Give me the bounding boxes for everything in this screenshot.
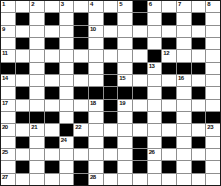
cell-r6c9[interactable] <box>118 63 132 74</box>
black-cell-r10c14 <box>192 112 206 123</box>
cell-r9c1[interactable]: 17 <box>1 100 15 111</box>
black-cell-r14c4 <box>45 161 59 172</box>
cell-r8c5[interactable] <box>60 87 74 98</box>
cell-r3c13[interactable] <box>177 26 191 37</box>
cell-r12c1[interactable] <box>1 137 15 148</box>
clue-number-16: 16 <box>178 75 184 82</box>
cell-r12c13[interactable] <box>177 137 191 148</box>
cell-r11c8[interactable] <box>104 124 118 135</box>
cell-r5c12[interactable]: 12 <box>162 50 176 61</box>
cell-r15c2[interactable] <box>16 174 30 185</box>
cell-r14c5[interactable] <box>60 161 74 172</box>
cell-r9c12[interactable] <box>162 100 176 111</box>
cell-r6c15[interactable] <box>206 63 220 74</box>
cell-r1c12[interactable] <box>162 1 176 12</box>
cell-r13c11[interactable]: 26 <box>148 149 162 160</box>
black-cell-r2c2 <box>16 13 30 24</box>
clue-number-24: 24 <box>61 137 67 144</box>
crossword-grid: 1234567891011121314151617181920212223242… <box>0 0 221 186</box>
cell-r3c2[interactable] <box>16 26 30 37</box>
cell-r9c6[interactable] <box>74 100 88 111</box>
black-cell-r8c14 <box>192 87 206 98</box>
cell-r11c10[interactable] <box>133 124 147 135</box>
cell-r11c7[interactable] <box>89 124 103 135</box>
black-cell-r2c12 <box>162 13 176 24</box>
cell-r6c3[interactable] <box>30 63 44 74</box>
black-cell-r10c12 <box>162 112 176 123</box>
cell-r5c1[interactable]: 11 <box>1 50 15 61</box>
clue-number-13: 13 <box>149 63 155 70</box>
cell-r7c11[interactable] <box>148 75 162 86</box>
black-cell-r4c14 <box>192 38 206 49</box>
cell-r9c2[interactable] <box>16 100 30 111</box>
cell-r6c11[interactable]: 13 <box>148 63 162 74</box>
cell-r9c15[interactable] <box>206 100 220 111</box>
black-cell-r10c6 <box>74 112 88 123</box>
cell-r13c4[interactable] <box>45 149 59 160</box>
black-cell-r6c12 <box>162 63 176 74</box>
cell-r12c15[interactable] <box>206 137 220 148</box>
cell-r15c8[interactable] <box>104 174 118 185</box>
black-cell-r14c12 <box>162 161 176 172</box>
cell-r15c4[interactable] <box>45 174 59 185</box>
clue-number-9: 9 <box>2 26 5 33</box>
black-cell-r9c8 <box>104 100 118 111</box>
cell-r3c3[interactable] <box>30 26 44 37</box>
cell-r3c7[interactable]: 10 <box>89 26 103 37</box>
cell-r7c12[interactable] <box>162 75 176 86</box>
cell-r11c12[interactable] <box>162 124 176 135</box>
cell-r1c6[interactable] <box>74 1 88 12</box>
clue-number-11: 11 <box>2 50 7 57</box>
clue-number-14: 14 <box>2 75 8 82</box>
cell-r4c13[interactable] <box>177 38 191 49</box>
cell-r11c11[interactable] <box>148 124 162 135</box>
cell-r3c12[interactable] <box>162 26 176 37</box>
black-cell-r4c10 <box>133 38 147 49</box>
black-cell-r4c6 <box>74 38 88 49</box>
black-cell-r6c8 <box>104 63 118 74</box>
cell-r5c15[interactable] <box>206 50 220 61</box>
cell-r9c10[interactable] <box>133 100 147 111</box>
black-cell-r6c1 <box>1 63 15 74</box>
black-cell-r6c4 <box>45 63 59 74</box>
black-cell-r2c6 <box>74 13 88 24</box>
cell-r1c15[interactable]: 8 <box>206 1 220 12</box>
cell-r2c15[interactable] <box>206 13 220 24</box>
cell-r5c9[interactable] <box>118 50 132 61</box>
cell-r13c9[interactable] <box>118 149 132 160</box>
cell-r15c11[interactable] <box>148 174 162 185</box>
clue-number-7: 7 <box>178 1 181 8</box>
cell-r9c9[interactable]: 19 <box>118 100 132 111</box>
cell-r12c11[interactable] <box>148 137 162 148</box>
cell-r5c6[interactable] <box>74 50 88 61</box>
cell-r3c14[interactable] <box>192 26 206 37</box>
black-cell-r8c12 <box>162 87 176 98</box>
black-cell-r10c2 <box>16 112 30 123</box>
cell-r5c8[interactable] <box>104 50 118 61</box>
cell-r3c10[interactable] <box>133 26 147 37</box>
cell-r4c15[interactable] <box>206 38 220 49</box>
black-cell-r2c10 <box>133 13 147 24</box>
black-cell-r10c15 <box>206 112 220 123</box>
black-cell-r6c13 <box>177 63 191 74</box>
cell-r13c13[interactable] <box>177 149 191 160</box>
cell-r2c9[interactable] <box>118 13 132 24</box>
cell-r3c11[interactable] <box>148 26 162 37</box>
crossword-board: 1234567891011121314151617181920212223242… <box>0 0 221 186</box>
black-cell-r3c6 <box>74 26 88 37</box>
cell-r11c9[interactable] <box>118 124 132 135</box>
black-cell-r6c6 <box>74 63 88 74</box>
cell-r15c13[interactable] <box>177 174 191 185</box>
black-cell-r8c10 <box>133 87 147 98</box>
cell-r7c1[interactable]: 14 <box>1 75 15 86</box>
black-cell-r8c4 <box>45 87 59 98</box>
cell-r10c9[interactable] <box>118 112 132 123</box>
cell-r14c3[interactable] <box>30 161 44 172</box>
cell-r9c5[interactable] <box>60 100 74 111</box>
cell-r12c9[interactable] <box>118 137 132 148</box>
cell-r13c14[interactable] <box>192 149 206 160</box>
black-cell-r12c4 <box>45 137 59 148</box>
black-cell-r12c14 <box>192 137 206 148</box>
black-cell-r4c2 <box>16 38 30 49</box>
clue-number-2: 2 <box>31 1 34 8</box>
cell-r8c1[interactable] <box>1 87 15 98</box>
black-cell-r6c2 <box>16 63 30 74</box>
clue-number-3: 3 <box>61 1 64 8</box>
cell-r9c7[interactable]: 18 <box>89 100 103 111</box>
clue-number-23: 23 <box>207 124 213 131</box>
black-cell-r2c8 <box>104 13 118 24</box>
cell-r1c7[interactable]: 4 <box>89 1 103 12</box>
cell-r7c5[interactable] <box>60 75 74 86</box>
black-cell-r10c10 <box>133 112 147 123</box>
cell-r13c7[interactable] <box>89 149 103 160</box>
cell-r13c15[interactable] <box>206 149 220 160</box>
clue-number-25: 25 <box>2 149 8 156</box>
black-cell-r2c4 <box>45 13 59 24</box>
cell-r15c5[interactable] <box>60 174 74 185</box>
cell-r2c5[interactable] <box>60 13 74 24</box>
cell-r15c10[interactable] <box>133 174 147 185</box>
cell-r1c5[interactable]: 3 <box>60 1 74 12</box>
cell-r6c7[interactable] <box>89 63 103 74</box>
cell-r4c5[interactable] <box>60 38 74 49</box>
clue-number-1: 1 <box>2 1 5 8</box>
cell-r7c3[interactable] <box>30 75 44 86</box>
black-cell-r6c10 <box>133 63 147 74</box>
cell-r7c13[interactable]: 16 <box>177 75 191 86</box>
cell-r7c4[interactable] <box>45 75 59 86</box>
cell-r3c5[interactable] <box>60 26 74 37</box>
cell-r10c7[interactable] <box>89 112 103 123</box>
black-cell-r12c8 <box>104 137 118 148</box>
black-cell-r14c14 <box>192 161 206 172</box>
cell-r11c13[interactable] <box>177 124 191 135</box>
cell-r2c13[interactable] <box>177 13 191 24</box>
cell-r15c12[interactable] <box>162 174 176 185</box>
black-cell-r11c5 <box>60 124 74 135</box>
cell-r2c1[interactable] <box>1 13 15 24</box>
clue-number-10: 10 <box>90 26 96 33</box>
clue-number-6: 6 <box>149 1 152 8</box>
cell-r1c13[interactable]: 7 <box>177 1 191 12</box>
clue-number-22: 22 <box>75 124 81 131</box>
cell-r1c9[interactable]: 5 <box>118 1 132 12</box>
black-cell-r10c4 <box>45 112 59 123</box>
cell-r13c12[interactable] <box>162 149 176 160</box>
cell-r9c14[interactable] <box>192 100 206 111</box>
cell-r3c1[interactable]: 9 <box>1 26 15 37</box>
cell-r11c14[interactable] <box>192 124 206 135</box>
black-cell-r13c10 <box>133 149 147 160</box>
cell-r13c6[interactable] <box>74 149 88 160</box>
black-cell-r12c6 <box>74 137 88 148</box>
cell-r7c7[interactable] <box>89 75 103 86</box>
cell-r10c1[interactable] <box>1 112 15 123</box>
cell-r14c7[interactable] <box>89 161 103 172</box>
cell-r15c7[interactable]: 28 <box>89 174 103 185</box>
cell-r6c5[interactable] <box>60 63 74 74</box>
cell-r10c13[interactable] <box>177 112 191 123</box>
cell-r10c11[interactable] <box>148 112 162 123</box>
cell-r1c14[interactable] <box>192 1 206 12</box>
clue-number-27: 27 <box>2 174 8 181</box>
black-cell-r1c10 <box>133 1 147 12</box>
black-cell-r4c4 <box>45 38 59 49</box>
clue-number-12: 12 <box>163 50 169 57</box>
cell-r11c6[interactable]: 22 <box>74 124 88 135</box>
cell-r13c8[interactable] <box>104 149 118 160</box>
cell-r2c3[interactable] <box>30 13 44 24</box>
cell-r4c7[interactable] <box>89 38 103 49</box>
black-cell-r12c10 <box>133 137 147 148</box>
cell-r15c15[interactable] <box>206 174 220 185</box>
cell-r8c3[interactable] <box>30 87 44 98</box>
cell-r12c5[interactable]: 24 <box>60 137 74 148</box>
cell-r3c15[interactable] <box>206 26 220 37</box>
cell-r13c3[interactable] <box>30 149 44 160</box>
cell-r13c5[interactable] <box>60 149 74 160</box>
cell-r4c11[interactable] <box>148 38 162 49</box>
black-cell-r8c8 <box>104 87 118 98</box>
clue-number-20: 20 <box>2 124 8 131</box>
cell-r15c1[interactable]: 27 <box>1 174 15 185</box>
black-cell-r6c14 <box>192 63 206 74</box>
black-cell-r12c2 <box>16 137 30 148</box>
cell-r7c9[interactable]: 15 <box>118 75 132 86</box>
clue-number-15: 15 <box>119 75 125 82</box>
black-cell-r14c10 <box>133 161 147 172</box>
clue-number-4: 4 <box>90 1 93 8</box>
cell-r1c2[interactable] <box>16 1 30 12</box>
cell-r9c3[interactable] <box>30 100 44 111</box>
cell-r13c2[interactable] <box>16 149 30 160</box>
black-cell-r10c3 <box>30 112 44 123</box>
black-cell-r8c2 <box>16 87 30 98</box>
cell-r1c1[interactable]: 1 <box>1 1 15 12</box>
cell-r14c13[interactable] <box>177 161 191 172</box>
cell-r11c4[interactable] <box>45 124 59 135</box>
cell-r12c7[interactable] <box>89 137 103 148</box>
cell-r8c13[interactable] <box>177 87 191 98</box>
cell-r9c13[interactable] <box>177 100 191 111</box>
cell-r5c4[interactable] <box>45 50 59 61</box>
clue-number-21: 21 <box>31 124 37 131</box>
cell-r5c2[interactable] <box>16 50 30 61</box>
cell-r7c14[interactable] <box>192 75 206 86</box>
clue-number-26: 26 <box>149 149 155 156</box>
black-cell-r4c8 <box>104 38 118 49</box>
cell-r15c14[interactable] <box>192 174 206 185</box>
black-cell-r14c2 <box>16 161 30 172</box>
black-cell-r7c8 <box>104 75 118 86</box>
cell-r7c6[interactable] <box>74 75 88 86</box>
clue-number-28: 28 <box>90 174 96 181</box>
black-cell-r10c8 <box>104 112 118 123</box>
cell-r9c4[interactable] <box>45 100 59 111</box>
cell-r3c9[interactable] <box>118 26 132 37</box>
cell-r5c13[interactable] <box>177 50 191 61</box>
cell-r5c10[interactable] <box>133 50 147 61</box>
cell-r7c10[interactable] <box>133 75 147 86</box>
black-cell-r15c6 <box>74 174 88 185</box>
cell-r12c3[interactable] <box>30 137 44 148</box>
cell-r14c9[interactable] <box>118 161 132 172</box>
cell-r7c2[interactable] <box>16 75 30 86</box>
cell-r1c11[interactable]: 6 <box>148 1 162 12</box>
cell-r5c3[interactable] <box>30 50 44 61</box>
cell-r8c15[interactable] <box>206 87 220 98</box>
cell-r3c8[interactable] <box>104 26 118 37</box>
cell-r1c4[interactable] <box>45 1 59 12</box>
cell-r11c2[interactable] <box>16 124 30 135</box>
cell-r4c9[interactable] <box>118 38 132 49</box>
cell-r11c3[interactable]: 21 <box>30 124 44 135</box>
cell-r9c11[interactable] <box>148 100 162 111</box>
cell-r2c11[interactable] <box>148 13 162 24</box>
cell-r3c4[interactable] <box>45 26 59 37</box>
clue-number-17: 17 <box>2 100 8 107</box>
black-cell-r8c9 <box>118 87 132 98</box>
clue-number-8: 8 <box>207 1 210 8</box>
cell-r15c9[interactable] <box>118 174 132 185</box>
cell-r5c14[interactable] <box>192 50 206 61</box>
cell-r14c1[interactable] <box>1 161 15 172</box>
cell-r11c1[interactable]: 20 <box>1 124 15 135</box>
black-cell-r2c14 <box>192 13 206 24</box>
cell-r15c3[interactable] <box>30 174 44 185</box>
black-cell-r14c8 <box>104 161 118 172</box>
clue-number-5: 5 <box>119 1 122 8</box>
cell-r8c11[interactable] <box>148 87 162 98</box>
cell-r5c7[interactable] <box>89 50 103 61</box>
cell-r5c5[interactable] <box>60 50 74 61</box>
cell-r14c15[interactable] <box>206 161 220 172</box>
clue-number-19: 19 <box>119 100 125 107</box>
cell-r7c15[interactable] <box>206 75 220 86</box>
cell-r2c7[interactable] <box>89 13 103 24</box>
black-cell-r12c12 <box>162 137 176 148</box>
black-cell-r8c7 <box>89 87 103 98</box>
black-cell-r14c6 <box>74 161 88 172</box>
cell-r13c1[interactable]: 25 <box>1 149 15 160</box>
black-cell-r4c12 <box>162 38 176 49</box>
black-cell-r8c6 <box>74 87 88 98</box>
cell-r4c3[interactable] <box>30 38 44 49</box>
clue-number-18: 18 <box>90 100 96 107</box>
cell-r14c11[interactable] <box>148 161 162 172</box>
cell-r1c8[interactable] <box>104 1 118 12</box>
black-cell-r5c11 <box>148 50 162 61</box>
cell-r10c5[interactable] <box>60 112 74 123</box>
cell-r11c15[interactable]: 23 <box>206 124 220 135</box>
cell-r1c3[interactable]: 2 <box>30 1 44 12</box>
cell-r4c1[interactable] <box>1 38 15 49</box>
